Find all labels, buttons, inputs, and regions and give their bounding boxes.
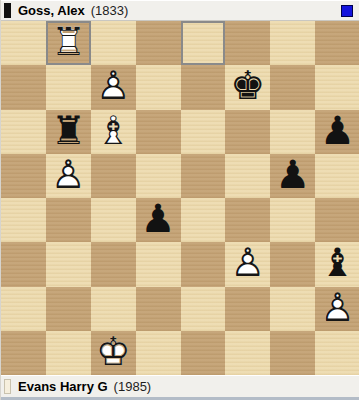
square-d4[interactable]: ♟ xyxy=(136,198,181,242)
square-c4[interactable] xyxy=(91,198,136,242)
black-pawn[interactable]: ♟ xyxy=(315,110,359,154)
white-bishop[interactable]: ♝♗ xyxy=(91,110,136,154)
black-bishop[interactable]: ♝ xyxy=(315,242,359,286)
black-pawn[interactable]: ♟ xyxy=(270,154,315,198)
piece-glyph: ♜ xyxy=(46,111,91,150)
white-king[interactable]: ♚♔ xyxy=(91,331,136,375)
piece-glyph: ♟ xyxy=(315,111,359,150)
square-f2[interactable] xyxy=(225,287,270,331)
square-b2[interactable] xyxy=(46,287,91,331)
piece-glyph: ♙ xyxy=(225,243,270,282)
chess-board[interactable]: ♜♖♟♙♚♜♝♗♟♟♙♟♟♟♙♝♟♙♚♔ xyxy=(1,21,359,375)
square-h7[interactable] xyxy=(315,65,359,109)
piece-glyph: ♚ xyxy=(225,66,270,105)
square-g8[interactable] xyxy=(270,21,315,65)
square-g6[interactable] xyxy=(270,110,315,154)
white-rook[interactable]: ♜♖ xyxy=(46,21,91,65)
square-a8[interactable] xyxy=(1,21,46,65)
square-c6[interactable]: ♝♗ xyxy=(91,110,136,154)
square-d6[interactable] xyxy=(136,110,181,154)
square-e2[interactable] xyxy=(181,287,226,331)
square-b4[interactable] xyxy=(46,198,91,242)
square-g7[interactable] xyxy=(270,65,315,109)
square-h8[interactable] xyxy=(315,21,359,65)
square-h6[interactable]: ♟ xyxy=(315,110,359,154)
square-c5[interactable] xyxy=(91,154,136,198)
square-c8[interactable] xyxy=(91,21,136,65)
piece-glyph: ♖ xyxy=(46,22,91,61)
square-e4[interactable] xyxy=(181,198,226,242)
white-player-color-icon xyxy=(4,379,11,394)
square-e8[interactable] xyxy=(181,21,226,65)
square-e7[interactable] xyxy=(181,65,226,109)
square-d8[interactable] xyxy=(136,21,181,65)
square-c1[interactable]: ♚♔ xyxy=(91,331,136,375)
white-pawn[interactable]: ♟♙ xyxy=(225,242,270,286)
black-rook[interactable]: ♜ xyxy=(46,110,91,154)
square-g4[interactable] xyxy=(270,198,315,242)
top-player-bar: Goss, Alex (1833) xyxy=(1,0,359,21)
square-c7[interactable]: ♟♙ xyxy=(91,65,136,109)
piece-glyph: ♙ xyxy=(91,66,136,105)
square-c3[interactable] xyxy=(91,242,136,286)
square-a6[interactable] xyxy=(1,110,46,154)
square-b7[interactable] xyxy=(46,65,91,109)
square-f5[interactable] xyxy=(225,154,270,198)
chess-game-window: Goss, Alex (1833) ♜♖♟♙♚♜♝♗♟♟♙♟♟♟♙♝♟♙♚♔ E… xyxy=(0,0,359,400)
square-f8[interactable] xyxy=(225,21,270,65)
bottom-player-name: Evans Harry G xyxy=(18,379,108,394)
black-pawn[interactable]: ♟ xyxy=(136,198,181,242)
square-a2[interactable] xyxy=(1,287,46,331)
square-d2[interactable] xyxy=(136,287,181,331)
white-pawn[interactable]: ♟♙ xyxy=(91,65,136,109)
bottom-player-bar: Evans Harry G (1985) xyxy=(1,375,359,400)
square-e1[interactable] xyxy=(181,331,226,375)
square-f7[interactable]: ♚ xyxy=(225,65,270,109)
square-f4[interactable] xyxy=(225,198,270,242)
move-indicator-icon xyxy=(341,5,353,17)
square-b5[interactable]: ♟♙ xyxy=(46,154,91,198)
square-f6[interactable] xyxy=(225,110,270,154)
white-pawn[interactable]: ♟♙ xyxy=(315,287,359,331)
bottom-player-rating: (1985) xyxy=(114,379,152,394)
top-player-name: Goss, Alex xyxy=(18,3,85,18)
piece-glyph: ♙ xyxy=(315,288,359,327)
white-pawn[interactable]: ♟♙ xyxy=(46,154,91,198)
square-e6[interactable] xyxy=(181,110,226,154)
square-f1[interactable] xyxy=(225,331,270,375)
square-d5[interactable] xyxy=(136,154,181,198)
square-a4[interactable] xyxy=(1,198,46,242)
square-d1[interactable] xyxy=(136,331,181,375)
square-f3[interactable]: ♟♙ xyxy=(225,242,270,286)
square-a1[interactable] xyxy=(1,331,46,375)
piece-glyph: ♔ xyxy=(91,332,136,371)
square-b3[interactable] xyxy=(46,242,91,286)
square-b8[interactable]: ♜♖ xyxy=(46,21,91,65)
square-e3[interactable] xyxy=(181,242,226,286)
square-e5[interactable] xyxy=(181,154,226,198)
square-a7[interactable] xyxy=(1,65,46,109)
square-b1[interactable] xyxy=(46,331,91,375)
piece-glyph: ♟ xyxy=(270,155,315,194)
square-a5[interactable] xyxy=(1,154,46,198)
black-king[interactable]: ♚ xyxy=(225,65,270,109)
piece-glyph: ♝ xyxy=(315,243,359,282)
square-c2[interactable] xyxy=(91,287,136,331)
square-g5[interactable]: ♟ xyxy=(270,154,315,198)
piece-glyph: ♙ xyxy=(46,155,91,194)
square-a3[interactable] xyxy=(1,242,46,286)
black-player-color-icon xyxy=(4,3,11,18)
square-g2[interactable] xyxy=(270,287,315,331)
square-h5[interactable] xyxy=(315,154,359,198)
square-h2[interactable]: ♟♙ xyxy=(315,287,359,331)
square-h1[interactable] xyxy=(315,331,359,375)
square-g1[interactable] xyxy=(270,331,315,375)
piece-glyph: ♗ xyxy=(91,111,136,150)
square-h3[interactable]: ♝ xyxy=(315,242,359,286)
piece-glyph: ♟ xyxy=(136,199,181,238)
square-d3[interactable] xyxy=(136,242,181,286)
square-b6[interactable]: ♜ xyxy=(46,110,91,154)
square-g3[interactable] xyxy=(270,242,315,286)
top-player-rating: (1833) xyxy=(91,3,129,18)
square-h4[interactable] xyxy=(315,198,359,242)
square-d7[interactable] xyxy=(136,65,181,109)
